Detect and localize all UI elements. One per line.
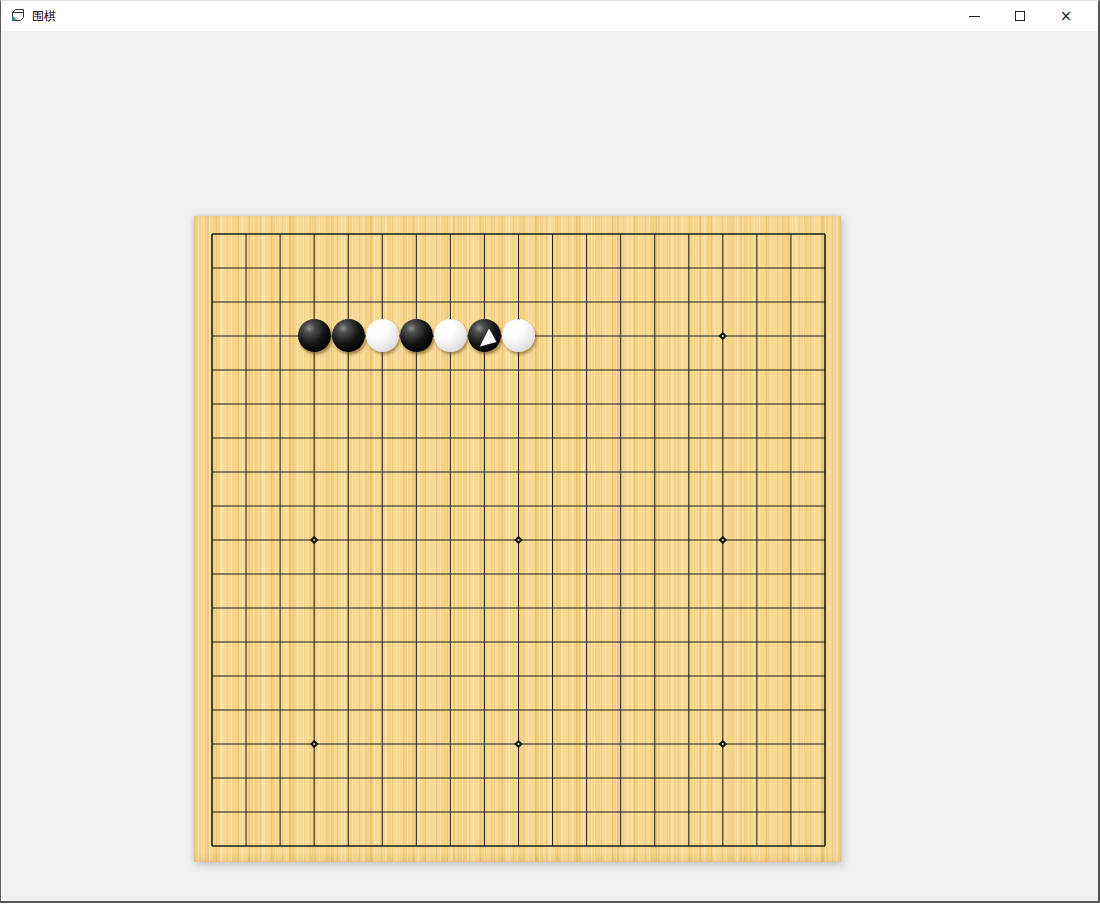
app-window: 围棋 × <box>0 0 1100 903</box>
stone-white-K16 <box>502 319 535 352</box>
close-button[interactable]: × <box>1043 1 1089 31</box>
stone-layer <box>195 217 841 862</box>
close-icon: × <box>1060 9 1073 24</box>
app-icon <box>10 8 26 24</box>
last-move-triangle-marker <box>479 329 497 348</box>
stone-black-G16 <box>400 319 433 352</box>
title-bar[interactable]: 围棋 × <box>1 1 1098 31</box>
minimize-icon <box>969 16 980 17</box>
client-area <box>1 31 1098 901</box>
maximize-button[interactable] <box>997 1 1043 31</box>
window-controls: × <box>951 1 1089 31</box>
go-board[interactable] <box>194 216 841 862</box>
maximize-icon <box>1015 11 1025 21</box>
stone-black-D16 <box>298 319 331 352</box>
stone-white-F16 <box>366 319 399 352</box>
window-title: 围棋 <box>32 1 56 31</box>
stone-black-E16 <box>332 319 365 352</box>
stone-black-J16 <box>468 319 501 352</box>
minimize-button[interactable] <box>951 1 997 31</box>
stone-white-H16 <box>434 319 467 352</box>
